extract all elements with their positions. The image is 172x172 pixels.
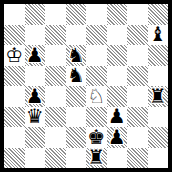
square-a2[interactable]	[4, 127, 25, 148]
square-g8[interactable]	[127, 4, 148, 25]
square-g5[interactable]	[127, 66, 148, 87]
square-h2[interactable]	[148, 127, 169, 148]
black-pawn[interactable]: ♟	[26, 45, 44, 65]
square-b7[interactable]	[25, 25, 46, 46]
chess-board-frame: ♝♔♟♞♞♟♘♜♛♟♚♟♜	[0, 0, 172, 172]
square-f2[interactable]: ♟	[107, 127, 128, 148]
square-b8[interactable]	[25, 4, 46, 25]
square-d7[interactable]	[66, 25, 87, 46]
square-b5[interactable]	[25, 66, 46, 87]
square-b3[interactable]: ♛	[25, 107, 46, 128]
square-g2[interactable]	[127, 127, 148, 148]
square-d3[interactable]	[66, 107, 87, 128]
square-g4[interactable]	[127, 86, 148, 107]
square-f5[interactable]	[107, 66, 128, 87]
square-e6[interactable]	[86, 45, 107, 66]
square-h4[interactable]: ♜	[148, 86, 169, 107]
square-b1[interactable]	[25, 148, 46, 169]
chess-board: ♝♔♟♞♞♟♘♜♛♟♚♟♜	[4, 4, 168, 168]
square-g3[interactable]	[127, 107, 148, 128]
square-a4[interactable]	[4, 86, 25, 107]
white-knight[interactable]: ♘	[87, 86, 105, 106]
square-e8[interactable]	[86, 4, 107, 25]
black-knight[interactable]: ♞	[67, 65, 85, 85]
square-c7[interactable]	[45, 25, 66, 46]
square-g7[interactable]	[127, 25, 148, 46]
square-d1[interactable]	[66, 148, 87, 169]
square-f1[interactable]	[107, 148, 128, 169]
square-c6[interactable]	[45, 45, 66, 66]
square-c1[interactable]	[45, 148, 66, 169]
square-f3[interactable]: ♟	[107, 107, 128, 128]
black-pawn[interactable]: ♟	[26, 86, 44, 106]
square-d2[interactable]	[66, 127, 87, 148]
black-queen[interactable]: ♛	[26, 106, 44, 126]
square-h3[interactable]	[148, 107, 169, 128]
square-e4[interactable]: ♘	[86, 86, 107, 107]
square-a1[interactable]	[4, 148, 25, 169]
black-rook[interactable]: ♜	[87, 147, 105, 167]
square-h1[interactable]	[148, 148, 169, 169]
square-a3[interactable]	[4, 107, 25, 128]
square-f7[interactable]	[107, 25, 128, 46]
square-h6[interactable]	[148, 45, 169, 66]
square-a5[interactable]	[4, 66, 25, 87]
black-bishop[interactable]: ♝	[149, 24, 167, 44]
square-e3[interactable]	[86, 107, 107, 128]
square-h5[interactable]	[148, 66, 169, 87]
square-d5[interactable]: ♞	[66, 66, 87, 87]
square-a7[interactable]	[4, 25, 25, 46]
black-king[interactable]: ♚	[87, 127, 105, 147]
square-c8[interactable]	[45, 4, 66, 25]
square-g6[interactable]	[127, 45, 148, 66]
square-c2[interactable]	[45, 127, 66, 148]
square-f6[interactable]	[107, 45, 128, 66]
square-c4[interactable]	[45, 86, 66, 107]
white-king[interactable]: ♔	[5, 45, 23, 65]
square-c5[interactable]	[45, 66, 66, 87]
black-knight[interactable]: ♞	[67, 45, 85, 65]
square-f8[interactable]	[107, 4, 128, 25]
square-c3[interactable]	[45, 107, 66, 128]
square-a6[interactable]: ♔	[4, 45, 25, 66]
black-rook[interactable]: ♜	[149, 86, 167, 106]
square-b6[interactable]: ♟	[25, 45, 46, 66]
square-e1[interactable]: ♜	[86, 148, 107, 169]
black-pawn[interactable]: ♟	[108, 127, 126, 147]
square-e7[interactable]	[86, 25, 107, 46]
square-g1[interactable]	[127, 148, 148, 169]
square-b2[interactable]	[25, 127, 46, 148]
square-d8[interactable]	[66, 4, 87, 25]
square-h7[interactable]: ♝	[148, 25, 169, 46]
square-e5[interactable]	[86, 66, 107, 87]
square-d4[interactable]	[66, 86, 87, 107]
square-a8[interactable]	[4, 4, 25, 25]
black-pawn[interactable]: ♟	[108, 106, 126, 126]
